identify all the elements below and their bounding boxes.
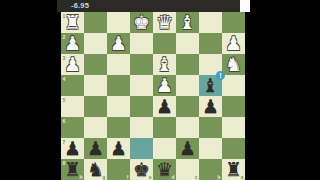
black-pawn-c7[interactable]: ♟ — [176, 138, 199, 159]
square-h7[interactable]: 7♟ — [61, 138, 84, 159]
square-h5[interactable]: 5 — [61, 96, 84, 117]
white-knight-a3[interactable]: ♞ — [222, 54, 245, 75]
square-f6[interactable] — [107, 117, 130, 138]
file-label-f: f — [127, 174, 129, 180]
square-c4[interactable] — [176, 75, 199, 96]
white-pawn-a2[interactable]: ♟ — [222, 33, 245, 54]
square-h8[interactable]: 8h♜ — [61, 159, 84, 180]
square-d2[interactable] — [153, 33, 176, 54]
square-d8[interactable]: d♛ — [153, 159, 176, 180]
square-b8[interactable]: b — [199, 159, 222, 180]
square-f7[interactable]: ♟ — [107, 138, 130, 159]
square-b7[interactable] — [199, 138, 222, 159]
black-pawn-d5[interactable]: ♟ — [153, 96, 176, 117]
square-c1[interactable]: ♝ — [176, 12, 199, 33]
square-a1[interactable] — [222, 12, 245, 33]
white-pawn-d4[interactable]: ♟ — [153, 75, 176, 96]
rank-label-4: 4 — [63, 76, 66, 82]
square-b5[interactable]: ♟ — [199, 96, 222, 117]
square-a8[interactable]: a♜ — [222, 159, 245, 180]
white-pawn-h3[interactable]: ♟ — [61, 54, 84, 75]
square-f8[interactable]: f — [107, 159, 130, 180]
square-g4[interactable] — [84, 75, 107, 96]
ui-fragment-top-right — [240, 0, 250, 12]
white-bishop-c1[interactable]: ♝ — [176, 12, 199, 33]
black-pawn-b5[interactable]: ♟ — [199, 96, 222, 117]
square-f1[interactable] — [107, 12, 130, 33]
engine-eval-score: -6.95 — [71, 1, 89, 10]
square-g2[interactable] — [84, 33, 107, 54]
square-h1[interactable]: 1♜ — [61, 12, 84, 33]
square-e4[interactable] — [130, 75, 153, 96]
square-c5[interactable] — [176, 96, 199, 117]
video-frame: -6.95 1♜♚♛♝2♟♟♟3♟♝♞4♟♝!5♟♟67♟♟♟♟8h♜g♞fe♚… — [0, 0, 320, 180]
chess-board[interactable]: 1♜♚♛♝2♟♟♟3♟♝♞4♟♝!5♟♟67♟♟♟♟8h♜g♞fe♚d♛cba♜ — [61, 12, 245, 180]
square-c8[interactable]: c — [176, 159, 199, 180]
white-king-e1[interactable]: ♚ — [130, 12, 153, 33]
white-pawn-h2[interactable]: ♟ — [61, 33, 84, 54]
white-pawn-f2[interactable]: ♟ — [107, 33, 130, 54]
square-h3[interactable]: 3♟ — [61, 54, 84, 75]
square-c3[interactable] — [176, 54, 199, 75]
rank-label-5: 5 — [63, 97, 66, 103]
white-queen-d1[interactable]: ♛ — [153, 12, 176, 33]
black-king-e8[interactable]: ♚ — [130, 159, 153, 180]
square-g6[interactable] — [84, 117, 107, 138]
black-queen-d8[interactable]: ♛ — [153, 159, 176, 180]
square-b6[interactable] — [199, 117, 222, 138]
square-e7[interactable] — [130, 138, 153, 159]
square-f5[interactable] — [107, 96, 130, 117]
square-d1[interactable]: ♛ — [153, 12, 176, 33]
square-b2[interactable] — [199, 33, 222, 54]
square-d3[interactable]: ♝ — [153, 54, 176, 75]
great-move-badge-icon: ! — [216, 71, 225, 80]
square-e6[interactable] — [130, 117, 153, 138]
square-a2[interactable]: ♟ — [222, 33, 245, 54]
square-b4[interactable]: ♝! — [199, 75, 222, 96]
square-h6[interactable]: 6 — [61, 117, 84, 138]
square-e2[interactable] — [130, 33, 153, 54]
square-b1[interactable] — [199, 12, 222, 33]
square-e3[interactable] — [130, 54, 153, 75]
square-c2[interactable] — [176, 33, 199, 54]
black-rook-h8[interactable]: ♜ — [61, 159, 84, 180]
square-d4[interactable]: ♟ — [153, 75, 176, 96]
file-label-c: c — [195, 174, 198, 180]
square-g5[interactable] — [84, 96, 107, 117]
square-g7[interactable]: ♟ — [84, 138, 107, 159]
rank-label-6: 6 — [63, 118, 66, 124]
black-knight-g8[interactable]: ♞ — [84, 159, 107, 180]
white-bishop-d3[interactable]: ♝ — [153, 54, 176, 75]
black-pawn-h7[interactable]: ♟ — [61, 138, 84, 159]
square-f4[interactable] — [107, 75, 130, 96]
square-a6[interactable] — [222, 117, 245, 138]
square-g8[interactable]: g♞ — [84, 159, 107, 180]
black-pawn-g7[interactable]: ♟ — [84, 138, 107, 159]
black-pawn-f7[interactable]: ♟ — [107, 138, 130, 159]
square-g3[interactable] — [84, 54, 107, 75]
square-a5[interactable] — [222, 96, 245, 117]
square-a3[interactable]: ♞ — [222, 54, 245, 75]
square-d7[interactable] — [153, 138, 176, 159]
square-d6[interactable] — [153, 117, 176, 138]
square-a4[interactable] — [222, 75, 245, 96]
square-h4[interactable]: 4 — [61, 75, 84, 96]
square-a7[interactable] — [222, 138, 245, 159]
square-c6[interactable] — [176, 117, 199, 138]
white-rook-h1[interactable]: ♜ — [61, 12, 84, 33]
square-f2[interactable]: ♟ — [107, 33, 130, 54]
file-label-b: b — [217, 174, 220, 180]
square-e8[interactable]: e♚ — [130, 159, 153, 180]
black-rook-a8[interactable]: ♜ — [222, 159, 245, 180]
square-g1[interactable] — [84, 12, 107, 33]
square-e1[interactable]: ♚ — [130, 12, 153, 33]
square-h2[interactable]: 2♟ — [61, 33, 84, 54]
square-c7[interactable]: ♟ — [176, 138, 199, 159]
square-f3[interactable] — [107, 54, 130, 75]
square-e5[interactable] — [130, 96, 153, 117]
square-d5[interactable]: ♟ — [153, 96, 176, 117]
